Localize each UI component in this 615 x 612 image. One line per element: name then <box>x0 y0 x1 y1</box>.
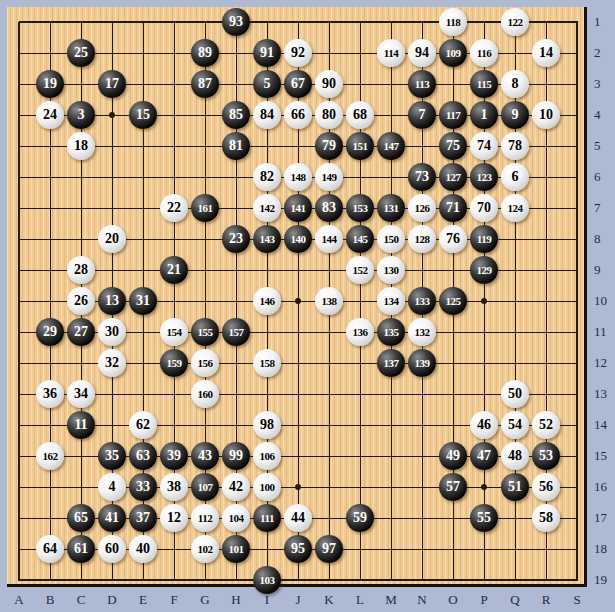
row-label-3: 3 <box>594 76 615 92</box>
stone-161-G7[interactable]: 161 <box>191 194 219 222</box>
move-number: 30 <box>105 325 119 339</box>
stone-61-C18[interactable]: 61 <box>67 535 95 563</box>
stone-50-Q13[interactable]: 50 <box>501 380 529 408</box>
move-number: 12 <box>167 511 181 525</box>
move-number: 156 <box>198 357 213 368</box>
move-number: 89 <box>198 46 212 60</box>
stone-7-N4[interactable]: 7 <box>408 101 436 129</box>
grid-line-horizontal <box>19 579 578 581</box>
stone-125-O10[interactable]: 125 <box>439 287 467 315</box>
move-number: 102 <box>198 543 213 554</box>
stone-153-L7[interactable]: 153 <box>346 194 374 222</box>
stone-13-D10[interactable]: 13 <box>98 287 126 315</box>
move-number: 11 <box>74 418 87 432</box>
stone-5-I3[interactable]: 5 <box>253 70 281 98</box>
stone-27-C11[interactable]: 27 <box>67 318 95 346</box>
column-label-B: B <box>40 592 60 608</box>
stone-58-R17[interactable]: 58 <box>532 504 560 532</box>
move-number: 22 <box>167 201 181 215</box>
column-label-R: R <box>536 592 556 608</box>
stone-135-M11[interactable]: 135 <box>377 318 405 346</box>
stone-17-D3[interactable]: 17 <box>98 70 126 98</box>
stone-128-N8[interactable]: 128 <box>408 225 436 253</box>
move-number: 26 <box>74 294 88 308</box>
row-label-5: 5 <box>594 138 615 154</box>
stone-79-K5[interactable]: 79 <box>315 132 343 160</box>
stone-65-C17[interactable]: 65 <box>67 504 95 532</box>
move-number: 142 <box>260 202 275 213</box>
move-number: 53 <box>539 449 553 463</box>
stone-28-C9[interactable]: 28 <box>67 256 95 284</box>
stone-142-I7[interactable]: 142 <box>253 194 281 222</box>
move-number: 116 <box>477 47 491 58</box>
move-number: 49 <box>446 449 460 463</box>
stone-35-D15[interactable]: 35 <box>98 442 126 470</box>
stone-59-L17[interactable]: 59 <box>346 504 374 532</box>
stone-155-G11[interactable]: 155 <box>191 318 219 346</box>
move-number: 125 <box>446 295 461 306</box>
column-label-J: J <box>288 592 308 608</box>
stone-132-N11[interactable]: 132 <box>408 318 436 346</box>
stone-104-H17[interactable]: 104 <box>222 504 250 532</box>
stone-33-E16[interactable]: 33 <box>129 473 157 501</box>
stone-146-I10[interactable]: 146 <box>253 287 281 315</box>
move-number: 64 <box>43 542 57 556</box>
stone-18-C5[interactable]: 18 <box>67 132 95 160</box>
stone-56-R16[interactable]: 56 <box>532 473 560 501</box>
stone-47-P15[interactable]: 47 <box>470 442 498 470</box>
stone-42-H16[interactable]: 42 <box>222 473 250 501</box>
stone-52-R14[interactable]: 52 <box>532 411 560 439</box>
move-number: 52 <box>539 418 553 432</box>
stone-133-N10[interactable]: 133 <box>408 287 436 315</box>
move-number: 155 <box>198 326 213 337</box>
star-point <box>481 484 487 490</box>
stone-11-C14[interactable]: 11 <box>67 411 95 439</box>
move-number: 90 <box>322 77 336 91</box>
stone-103-I19[interactable]: 103 <box>253 566 281 594</box>
stone-12-F17[interactable]: 12 <box>160 504 188 532</box>
stone-140-J8[interactable]: 140 <box>284 225 312 253</box>
stone-102-G18[interactable]: 102 <box>191 535 219 563</box>
stone-64-B18[interactable]: 64 <box>36 535 64 563</box>
stone-19-B3[interactable]: 19 <box>36 70 64 98</box>
move-number: 135 <box>384 326 399 337</box>
stone-148-J6[interactable]: 148 <box>284 163 312 191</box>
stone-74-P5[interactable]: 74 <box>470 132 498 160</box>
move-number: 136 <box>353 326 368 337</box>
move-number: 100 <box>260 481 275 492</box>
column-label-I: I <box>257 592 277 608</box>
move-number: 66 <box>291 108 305 122</box>
move-number: 25 <box>74 46 88 60</box>
stone-107-G16[interactable]: 107 <box>191 473 219 501</box>
move-number: 140 <box>291 233 306 244</box>
column-label-O: O <box>443 592 463 608</box>
stone-136-L11[interactable]: 136 <box>346 318 374 346</box>
move-number: 119 <box>477 233 491 244</box>
stone-3-C4[interactable]: 3 <box>67 101 95 129</box>
stone-90-K3[interactable]: 90 <box>315 70 343 98</box>
move-number: 79 <box>322 139 336 153</box>
stone-20-D8[interactable]: 20 <box>98 225 126 253</box>
grid-line-horizontal <box>19 394 578 395</box>
stone-49-O15[interactable]: 49 <box>439 442 467 470</box>
stone-84-I4[interactable]: 84 <box>253 101 281 129</box>
row-label-18: 18 <box>594 541 615 557</box>
stone-131-M7[interactable]: 131 <box>377 194 405 222</box>
row-label-12: 12 <box>594 355 615 371</box>
stone-53-R15[interactable]: 53 <box>532 442 560 470</box>
stone-66-J4[interactable]: 66 <box>284 101 312 129</box>
stone-141-J7[interactable]: 141 <box>284 194 312 222</box>
move-number: 58 <box>539 511 553 525</box>
stone-113-N3[interactable]: 113 <box>408 70 436 98</box>
column-label-Q: Q <box>505 592 525 608</box>
column-label-E: E <box>133 592 153 608</box>
move-number: 10 <box>539 108 553 122</box>
move-number: 134 <box>384 295 399 306</box>
stone-111-I17[interactable]: 111 <box>253 504 281 532</box>
move-number: 115 <box>477 78 491 89</box>
stone-44-J17[interactable]: 44 <box>284 504 312 532</box>
move-number: 84 <box>260 108 274 122</box>
row-label-15: 15 <box>594 448 615 464</box>
stone-82-I6[interactable]: 82 <box>253 163 281 191</box>
stone-6-Q6[interactable]: 6 <box>501 163 529 191</box>
move-number: 146 <box>260 295 275 306</box>
stone-37-E17[interactable]: 37 <box>129 504 157 532</box>
row-label-11: 11 <box>594 324 615 340</box>
move-number: 154 <box>167 326 182 337</box>
move-number: 149 <box>322 171 337 182</box>
move-number: 138 <box>322 295 337 306</box>
move-number: 137 <box>384 357 399 368</box>
move-number: 98 <box>260 418 274 432</box>
row-label-19: 19 <box>594 572 615 588</box>
stone-118-O1[interactable]: 118 <box>439 8 467 36</box>
stone-29-B11[interactable]: 29 <box>36 318 64 346</box>
stone-160-G13[interactable]: 160 <box>191 380 219 408</box>
move-number: 7 <box>419 108 426 122</box>
stone-23-H8[interactable]: 23 <box>222 225 250 253</box>
row-label-14: 14 <box>594 417 615 433</box>
move-number: 129 <box>477 264 492 275</box>
stone-21-F9[interactable]: 21 <box>160 256 188 284</box>
stone-117-O4[interactable]: 117 <box>439 101 467 129</box>
move-number: 117 <box>446 109 460 120</box>
move-number: 8 <box>512 77 519 91</box>
stone-116-P2[interactable]: 116 <box>470 39 498 67</box>
column-label-A: A <box>9 592 29 608</box>
move-number: 123 <box>477 171 492 182</box>
stone-94-N2[interactable]: 94 <box>408 39 436 67</box>
stone-98-I14[interactable]: 98 <box>253 411 281 439</box>
stone-60-D18[interactable]: 60 <box>98 535 126 563</box>
move-number: 35 <box>105 449 119 463</box>
stone-137-M12[interactable]: 137 <box>377 349 405 377</box>
move-number: 103 <box>260 574 275 585</box>
move-number: 70 <box>477 201 491 215</box>
move-number: 143 <box>260 233 275 244</box>
stone-10-R4[interactable]: 10 <box>532 101 560 129</box>
stone-68-L4[interactable]: 68 <box>346 101 374 129</box>
stone-92-J2[interactable]: 92 <box>284 39 312 67</box>
go-board: 9311812225899192114941091161419178756790… <box>7 7 587 587</box>
star-point <box>481 298 487 304</box>
move-number: 122 <box>508 16 523 27</box>
stone-83-K7[interactable]: 83 <box>315 194 343 222</box>
stone-71-O7[interactable]: 71 <box>439 194 467 222</box>
move-number: 113 <box>415 78 429 89</box>
row-label-13: 13 <box>594 386 615 402</box>
move-number: 104 <box>229 512 244 523</box>
stone-78-Q5[interactable]: 78 <box>501 132 529 160</box>
move-number: 15 <box>136 108 150 122</box>
move-number: 63 <box>136 449 150 463</box>
row-label-6: 6 <box>594 169 615 185</box>
stone-63-E15[interactable]: 63 <box>129 442 157 470</box>
move-number: 130 <box>384 264 399 275</box>
move-number: 128 <box>415 233 430 244</box>
move-number: 145 <box>353 233 368 244</box>
stone-134-M10[interactable]: 134 <box>377 287 405 315</box>
stone-119-P8[interactable]: 119 <box>470 225 498 253</box>
stone-51-Q16[interactable]: 51 <box>501 473 529 501</box>
move-number: 54 <box>508 418 522 432</box>
move-number: 99 <box>229 449 243 463</box>
stone-85-H4[interactable]: 85 <box>222 101 250 129</box>
move-number: 65 <box>74 511 88 525</box>
move-number: 62 <box>136 418 150 432</box>
grid-line-vertical <box>576 22 578 581</box>
stone-99-H15[interactable]: 99 <box>222 442 250 470</box>
row-label-4: 4 <box>594 107 615 123</box>
stone-46-P14[interactable]: 46 <box>470 411 498 439</box>
stone-109-O2[interactable]: 109 <box>439 39 467 67</box>
move-number: 24 <box>43 108 57 122</box>
row-label-1: 1 <box>594 14 615 30</box>
stone-4-D16[interactable]: 4 <box>98 473 126 501</box>
stone-114-M2[interactable]: 114 <box>377 39 405 67</box>
star-point <box>109 112 115 118</box>
stone-26-C10[interactable]: 26 <box>67 287 95 315</box>
stone-156-G12[interactable]: 156 <box>191 349 219 377</box>
stone-8-Q3[interactable]: 8 <box>501 70 529 98</box>
stone-73-N6[interactable]: 73 <box>408 163 436 191</box>
stone-70-P7[interactable]: 70 <box>470 194 498 222</box>
move-number: 71 <box>446 201 460 215</box>
stone-75-O5[interactable]: 75 <box>439 132 467 160</box>
stone-32-D12[interactable]: 32 <box>98 349 126 377</box>
row-label-17: 17 <box>594 510 615 526</box>
stone-57-O16[interactable]: 57 <box>439 473 467 501</box>
move-number: 109 <box>446 47 461 58</box>
stone-115-P3[interactable]: 115 <box>470 70 498 98</box>
move-number: 147 <box>384 140 399 151</box>
column-label-L: L <box>350 592 370 608</box>
stone-127-O6[interactable]: 127 <box>439 163 467 191</box>
move-number: 91 <box>260 46 274 60</box>
stone-41-D17[interactable]: 41 <box>98 504 126 532</box>
move-number: 150 <box>384 233 399 244</box>
move-number: 17 <box>105 77 119 91</box>
move-number: 153 <box>353 202 368 213</box>
stone-43-G15[interactable]: 43 <box>191 442 219 470</box>
stone-48-Q15[interactable]: 48 <box>501 442 529 470</box>
stone-154-F11[interactable]: 154 <box>160 318 188 346</box>
move-number: 158 <box>260 357 275 368</box>
stone-124-Q7[interactable]: 124 <box>501 194 529 222</box>
move-number: 27 <box>74 325 88 339</box>
stone-9-Q4[interactable]: 9 <box>501 101 529 129</box>
move-number: 111 <box>260 512 274 523</box>
move-number: 34 <box>74 387 88 401</box>
column-label-H: H <box>226 592 246 608</box>
stone-15-E4[interactable]: 15 <box>129 101 157 129</box>
move-number: 148 <box>291 171 306 182</box>
stone-162-B15[interactable]: 162 <box>36 442 64 470</box>
move-number: 47 <box>477 449 491 463</box>
column-label-G: G <box>195 592 215 608</box>
move-number: 37 <box>136 511 150 525</box>
move-number: 83 <box>322 201 336 215</box>
move-number: 42 <box>229 480 243 494</box>
row-label-10: 10 <box>594 293 615 309</box>
stone-14-R2[interactable]: 14 <box>532 39 560 67</box>
stone-22-F7[interactable]: 22 <box>160 194 188 222</box>
move-number: 144 <box>322 233 337 244</box>
stone-31-E10[interactable]: 31 <box>129 287 157 315</box>
move-number: 152 <box>353 264 368 275</box>
move-number: 19 <box>43 77 57 91</box>
move-number: 50 <box>508 387 522 401</box>
move-number: 139 <box>415 357 430 368</box>
stone-25-C2[interactable]: 25 <box>67 39 95 67</box>
stone-76-O8[interactable]: 76 <box>439 225 467 253</box>
stone-143-I8[interactable]: 143 <box>253 225 281 253</box>
move-number: 48 <box>508 449 522 463</box>
move-number: 80 <box>322 108 336 122</box>
stone-81-H5[interactable]: 81 <box>222 132 250 160</box>
column-label-M: M <box>381 592 401 608</box>
stone-40-E18[interactable]: 40 <box>129 535 157 563</box>
move-number: 23 <box>229 232 243 246</box>
move-number: 5 <box>264 77 271 91</box>
stone-106-I15[interactable]: 106 <box>253 442 281 470</box>
stone-126-N7[interactable]: 126 <box>408 194 436 222</box>
move-number: 124 <box>508 202 523 213</box>
move-number: 1 <box>481 108 488 122</box>
stone-54-Q14[interactable]: 54 <box>501 411 529 439</box>
move-number: 57 <box>446 480 460 494</box>
stone-144-K8[interactable]: 144 <box>315 225 343 253</box>
stone-149-K6[interactable]: 149 <box>315 163 343 191</box>
move-number: 18 <box>74 139 88 153</box>
go-game-record-screen: 9311812225899192114941091161419178756790… <box>0 0 615 612</box>
stone-157-H11[interactable]: 157 <box>222 318 250 346</box>
move-number: 3 <box>78 108 85 122</box>
stone-139-N12[interactable]: 139 <box>408 349 436 377</box>
stone-101-H18[interactable]: 101 <box>222 535 250 563</box>
stone-150-M8[interactable]: 150 <box>377 225 405 253</box>
move-number: 107 <box>198 481 213 492</box>
stone-130-M9[interactable]: 130 <box>377 256 405 284</box>
stone-91-I2[interactable]: 91 <box>253 39 281 67</box>
move-number: 112 <box>198 512 212 523</box>
stone-158-I12[interactable]: 158 <box>253 349 281 377</box>
move-number: 31 <box>136 294 150 308</box>
stone-30-D11[interactable]: 30 <box>98 318 126 346</box>
stone-38-F16[interactable]: 38 <box>160 473 188 501</box>
stone-89-G2[interactable]: 89 <box>191 39 219 67</box>
move-number: 39 <box>167 449 181 463</box>
stone-123-P6[interactable]: 123 <box>470 163 498 191</box>
move-number: 51 <box>508 480 522 494</box>
move-number: 114 <box>384 47 398 58</box>
column-label-S: S <box>567 592 587 608</box>
stone-87-G3[interactable]: 87 <box>191 70 219 98</box>
stone-145-L8[interactable]: 145 <box>346 225 374 253</box>
move-number: 94 <box>415 46 429 60</box>
stone-55-P17[interactable]: 55 <box>470 504 498 532</box>
stone-24-B4[interactable]: 24 <box>36 101 64 129</box>
column-label-C: C <box>71 592 91 608</box>
move-number: 29 <box>43 325 57 339</box>
stone-93-H1[interactable]: 93 <box>222 8 250 36</box>
move-number: 32 <box>105 356 119 370</box>
stone-112-G17[interactable]: 112 <box>191 504 219 532</box>
stone-62-E14[interactable]: 62 <box>129 411 157 439</box>
move-number: 20 <box>105 232 119 246</box>
move-number: 76 <box>446 232 460 246</box>
move-number: 95 <box>291 542 305 556</box>
move-number: 13 <box>105 294 119 308</box>
stone-39-F15[interactable]: 39 <box>160 442 188 470</box>
stone-129-P9[interactable]: 129 <box>470 256 498 284</box>
move-number: 73 <box>415 170 429 184</box>
stone-36-B13[interactable]: 36 <box>36 380 64 408</box>
move-number: 41 <box>105 511 119 525</box>
stone-147-M5[interactable]: 147 <box>377 132 405 160</box>
move-number: 6 <box>512 170 519 184</box>
stone-122-Q1[interactable]: 122 <box>501 8 529 36</box>
stone-151-L5[interactable]: 151 <box>346 132 374 160</box>
move-number: 61 <box>74 542 88 556</box>
stone-67-J3[interactable]: 67 <box>284 70 312 98</box>
stone-138-K10[interactable]: 138 <box>315 287 343 315</box>
move-number: 28 <box>74 263 88 277</box>
stone-159-F12[interactable]: 159 <box>160 349 188 377</box>
stone-152-L9[interactable]: 152 <box>346 256 374 284</box>
move-number: 160 <box>198 388 213 399</box>
stone-95-J18[interactable]: 95 <box>284 535 312 563</box>
row-label-16: 16 <box>594 479 615 495</box>
move-number: 43 <box>198 449 212 463</box>
stone-97-K18[interactable]: 97 <box>315 535 343 563</box>
move-number: 75 <box>446 139 460 153</box>
stone-1-P4[interactable]: 1 <box>470 101 498 129</box>
column-label-N: N <box>412 592 432 608</box>
move-number: 141 <box>291 202 306 213</box>
move-number: 127 <box>446 171 461 182</box>
row-label-8: 8 <box>594 231 615 247</box>
move-number: 38 <box>167 480 181 494</box>
stone-34-C13[interactable]: 34 <box>67 380 95 408</box>
move-number: 67 <box>291 77 305 91</box>
stone-100-I16[interactable]: 100 <box>253 473 281 501</box>
stone-80-K4[interactable]: 80 <box>315 101 343 129</box>
